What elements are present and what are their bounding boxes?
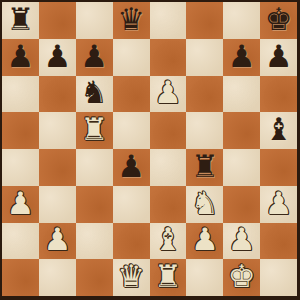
square-g2[interactable]: ♟ bbox=[223, 223, 260, 260]
square-h2[interactable] bbox=[260, 223, 297, 260]
square-d8[interactable]: ♛ bbox=[113, 2, 150, 39]
square-f3[interactable]: ♞ bbox=[186, 186, 223, 223]
square-c7[interactable]: ♟ bbox=[76, 39, 113, 76]
square-a8[interactable]: ♜ bbox=[2, 2, 39, 39]
square-d6[interactable] bbox=[113, 76, 150, 113]
piece-white-rook[interactable]: ♜ bbox=[80, 114, 108, 145]
square-e8[interactable] bbox=[150, 2, 187, 39]
piece-black-queen[interactable]: ♛ bbox=[117, 4, 145, 35]
square-d5[interactable] bbox=[113, 112, 150, 149]
square-d3[interactable] bbox=[113, 186, 150, 223]
piece-white-king[interactable]: ♚ bbox=[228, 261, 256, 292]
square-f5[interactable] bbox=[186, 112, 223, 149]
square-g7[interactable]: ♟ bbox=[223, 39, 260, 76]
piece-black-bishop[interactable]: ♝ bbox=[265, 114, 293, 145]
piece-white-knight[interactable]: ♞ bbox=[191, 188, 219, 219]
square-g6[interactable] bbox=[223, 76, 260, 113]
square-a5[interactable] bbox=[2, 112, 39, 149]
square-a7[interactable]: ♟ bbox=[2, 39, 39, 76]
square-e2[interactable]: ♝ bbox=[150, 223, 187, 260]
square-f4[interactable]: ♜ bbox=[186, 149, 223, 186]
square-b7[interactable]: ♟ bbox=[39, 39, 76, 76]
square-a6[interactable] bbox=[2, 76, 39, 113]
piece-black-pawn[interactable]: ♟ bbox=[7, 41, 35, 72]
square-b3[interactable] bbox=[39, 186, 76, 223]
square-g3[interactable] bbox=[223, 186, 260, 223]
square-g1[interactable]: ♚ bbox=[223, 259, 260, 296]
piece-white-pawn[interactable]: ♟ bbox=[43, 224, 71, 255]
square-c3[interactable] bbox=[76, 186, 113, 223]
square-b1[interactable] bbox=[39, 259, 76, 296]
square-e1[interactable]: ♜ bbox=[150, 259, 187, 296]
square-g8[interactable] bbox=[223, 2, 260, 39]
square-g5[interactable] bbox=[223, 112, 260, 149]
square-c5[interactable]: ♜ bbox=[76, 112, 113, 149]
square-e3[interactable] bbox=[150, 186, 187, 223]
square-f1[interactable] bbox=[186, 259, 223, 296]
piece-black-knight[interactable]: ♞ bbox=[80, 77, 108, 108]
square-f7[interactable] bbox=[186, 39, 223, 76]
piece-white-pawn[interactable]: ♟ bbox=[265, 188, 293, 219]
square-b4[interactable] bbox=[39, 149, 76, 186]
piece-white-queen[interactable]: ♛ bbox=[117, 261, 145, 292]
square-c1[interactable] bbox=[76, 259, 113, 296]
square-d7[interactable] bbox=[113, 39, 150, 76]
piece-white-pawn[interactable]: ♟ bbox=[154, 77, 182, 108]
square-h1[interactable] bbox=[260, 259, 297, 296]
piece-white-pawn[interactable]: ♟ bbox=[7, 188, 35, 219]
square-d2[interactable] bbox=[113, 223, 150, 260]
piece-black-rook[interactable]: ♜ bbox=[7, 4, 35, 35]
piece-black-pawn[interactable]: ♟ bbox=[265, 41, 293, 72]
square-h8[interactable]: ♚ bbox=[260, 2, 297, 39]
square-g4[interactable] bbox=[223, 149, 260, 186]
piece-black-pawn[interactable]: ♟ bbox=[43, 41, 71, 72]
piece-black-pawn[interactable]: ♟ bbox=[80, 41, 108, 72]
piece-black-king[interactable]: ♚ bbox=[265, 4, 293, 35]
square-b6[interactable] bbox=[39, 76, 76, 113]
square-e5[interactable] bbox=[150, 112, 187, 149]
square-f8[interactable] bbox=[186, 2, 223, 39]
square-a2[interactable] bbox=[2, 223, 39, 260]
square-h3[interactable]: ♟ bbox=[260, 186, 297, 223]
chess-board: ♜♛♚♟♟♟♟♟♞♟♜♝♟♜♟♞♟♟♝♟♟♛♜♚ bbox=[0, 0, 300, 300]
square-c6[interactable]: ♞ bbox=[76, 76, 113, 113]
square-h6[interactable] bbox=[260, 76, 297, 113]
square-a4[interactable] bbox=[2, 149, 39, 186]
square-e4[interactable] bbox=[150, 149, 187, 186]
square-f2[interactable]: ♟ bbox=[186, 223, 223, 260]
square-b2[interactable]: ♟ bbox=[39, 223, 76, 260]
square-d1[interactable]: ♛ bbox=[113, 259, 150, 296]
piece-black-pawn[interactable]: ♟ bbox=[117, 151, 145, 182]
piece-white-bishop[interactable]: ♝ bbox=[154, 224, 182, 255]
square-c8[interactable] bbox=[76, 2, 113, 39]
piece-black-pawn[interactable]: ♟ bbox=[228, 41, 256, 72]
piece-white-pawn[interactable]: ♟ bbox=[191, 224, 219, 255]
square-h5[interactable]: ♝ bbox=[260, 112, 297, 149]
square-h7[interactable]: ♟ bbox=[260, 39, 297, 76]
square-h4[interactable] bbox=[260, 149, 297, 186]
square-f6[interactable] bbox=[186, 76, 223, 113]
square-c4[interactable] bbox=[76, 149, 113, 186]
square-a3[interactable]: ♟ bbox=[2, 186, 39, 223]
square-b8[interactable] bbox=[39, 2, 76, 39]
piece-black-rook[interactable]: ♜ bbox=[191, 151, 219, 182]
piece-white-pawn[interactable]: ♟ bbox=[228, 224, 256, 255]
square-d4[interactable]: ♟ bbox=[113, 149, 150, 186]
square-a1[interactable] bbox=[2, 259, 39, 296]
square-e7[interactable] bbox=[150, 39, 187, 76]
square-e6[interactable]: ♟ bbox=[150, 76, 187, 113]
square-c2[interactable] bbox=[76, 223, 113, 260]
piece-white-rook[interactable]: ♜ bbox=[154, 261, 182, 292]
square-b5[interactable] bbox=[39, 112, 76, 149]
